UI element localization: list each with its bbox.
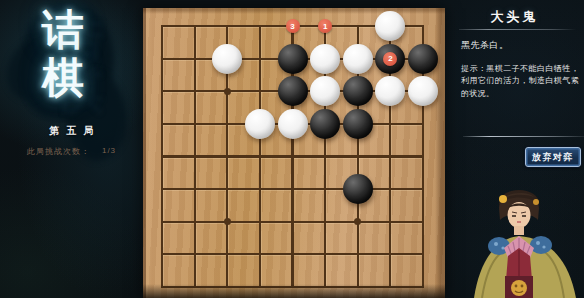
- section-divider: [463, 136, 584, 137]
- board-grid[interactable]: 312: [161, 25, 424, 288]
- give-up-button[interactable]: 放弃对弈: [525, 147, 581, 167]
- character-portrait: [472, 186, 584, 298]
- attempts-value: 1/3: [102, 146, 116, 157]
- move-marker: 3: [286, 19, 300, 33]
- hoshi-dot: [224, 88, 231, 95]
- white-stone[interactable]: [212, 44, 242, 74]
- objective-text: 黑先杀白。: [461, 39, 576, 52]
- black-stone[interactable]: [278, 76, 308, 106]
- puzzle-name: 大头鬼: [445, 8, 584, 26]
- go-board[interactable]: 312: [143, 8, 445, 298]
- white-stone[interactable]: [343, 44, 373, 74]
- right-panel: 大头鬼 黑先杀白。 提示：黑棋二子不能白白牺牲，利用它们的活力，制造白棋气紧的状…: [445, 0, 584, 298]
- white-stone[interactable]: [278, 109, 308, 139]
- move-marker: 1: [318, 19, 332, 33]
- attempts-label: 此局挑战次数：: [27, 146, 90, 157]
- hoshi-dot: [224, 218, 231, 225]
- title-underline: [459, 29, 576, 30]
- hoshi-dot: [354, 218, 361, 225]
- black-stone[interactable]: [278, 44, 308, 74]
- white-stone[interactable]: [245, 109, 275, 139]
- white-stone[interactable]: [375, 11, 405, 41]
- black-stone[interactable]: [343, 109, 373, 139]
- puzzle-mode-title: 诘 棋: [0, 6, 126, 102]
- white-stone[interactable]: [310, 44, 340, 74]
- black-stone[interactable]: [343, 174, 373, 204]
- move-marker: 2: [383, 52, 397, 66]
- white-stone[interactable]: [408, 76, 438, 106]
- game-screen: 诘 棋 诘 棋 第五局 此局挑战次数： 1/3 312 大头鬼 黑先杀白。 提示…: [0, 0, 584, 298]
- black-stone[interactable]: [343, 76, 373, 106]
- white-stone[interactable]: [310, 76, 340, 106]
- round-label: 第五局: [0, 124, 143, 138]
- portrait-art: [472, 186, 584, 298]
- black-stone[interactable]: [310, 109, 340, 139]
- black-stone[interactable]: [408, 44, 438, 74]
- attempts-row: 此局挑战次数： 1/3: [0, 146, 143, 157]
- white-stone[interactable]: [375, 76, 405, 106]
- hint-text: 提示：黑棋二子不能白白牺牲，利用它们的活力，制造白棋气紧的状况。: [461, 63, 579, 100]
- left-panel: 诘 棋 诘 棋 第五局 此局挑战次数： 1/3: [0, 0, 143, 298]
